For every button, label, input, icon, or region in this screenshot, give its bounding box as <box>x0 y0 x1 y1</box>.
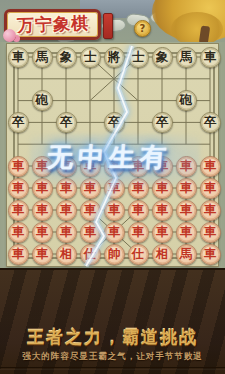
piece-red-r[interactable]: 車 <box>56 156 77 177</box>
flower-icon <box>3 29 16 42</box>
piece-red-r[interactable]: 車 <box>200 244 221 265</box>
piece-red-r[interactable]: 車 <box>80 200 101 221</box>
game-logo: 万宁象棋 <box>4 9 101 40</box>
piece-red-r[interactable]: 車 <box>128 178 149 199</box>
piece-red-r[interactable]: 車 <box>8 156 29 177</box>
piece-red-r[interactable]: 車 <box>176 222 197 243</box>
piece-black-k[interactable]: 將 <box>104 47 125 68</box>
piece-red-r[interactable]: 車 <box>176 178 197 199</box>
promo-title: 王者之力，霸道挑战 <box>0 326 225 349</box>
piece-red-r[interactable]: 車 <box>80 178 101 199</box>
piece-red-r[interactable]: 車 <box>104 200 125 221</box>
piece-red-k[interactable]: 帥 <box>104 244 125 265</box>
piece-red-r[interactable]: 車 <box>56 200 77 221</box>
app-screen: 万宁象棋 ? <box>0 0 225 374</box>
piece-red-r[interactable]: 車 <box>56 222 77 243</box>
board-pieces: 車馬象士將士象馬車砲砲卒卒卒卒卒車車車車車車車車車車車車車車車車車車車車車車車車… <box>7 44 218 266</box>
piece-red-r[interactable]: 車 <box>200 200 221 221</box>
piece-black-b[interactable]: 象 <box>56 47 77 68</box>
piece-red-r[interactable]: 車 <box>80 222 101 243</box>
piece-red-r[interactable]: 車 <box>32 200 53 221</box>
piece-red-r[interactable]: 車 <box>8 178 29 199</box>
piece-red-b[interactable]: 相 <box>152 244 173 265</box>
piece-black-r[interactable]: 車 <box>200 47 221 68</box>
piece-red-r[interactable]: 車 <box>32 178 53 199</box>
promo-subtitle: 强大的阵容尽显王霸之气，让对手节节败退 <box>0 351 225 363</box>
question-icon: ? <box>140 23 146 34</box>
piece-red-r[interactable]: 車 <box>8 244 29 265</box>
piece-red-r[interactable]: 車 <box>104 156 125 177</box>
piece-red-a[interactable]: 仕 <box>128 244 149 265</box>
bottom-panel: 王者之力，霸道挑战 强大的阵容尽显王霸之气，让对手节节败退 <box>0 268 225 374</box>
piece-black-a[interactable]: 士 <box>128 47 149 68</box>
piece-red-r[interactable]: 車 <box>8 222 29 243</box>
piece-red-r[interactable]: 車 <box>8 200 29 221</box>
piece-black-p[interactable]: 卒 <box>152 112 173 133</box>
piece-red-r[interactable]: 車 <box>152 178 173 199</box>
piece-red-r[interactable]: 車 <box>104 178 125 199</box>
piece-red-r[interactable]: 車 <box>32 222 53 243</box>
piece-red-r[interactable]: 車 <box>176 156 197 177</box>
piece-red-r[interactable]: 車 <box>200 222 221 243</box>
piece-black-p[interactable]: 卒 <box>104 112 125 133</box>
xiangqi-board[interactable]: 車馬象士將士象馬車砲砲卒卒卒卒卒車車車車車車車車車車車車車車車車車車車車車車車車… <box>7 44 218 266</box>
piece-black-p[interactable]: 卒 <box>200 112 221 133</box>
piece-black-a[interactable]: 士 <box>80 47 101 68</box>
autumn-tree-leaves <box>171 12 223 46</box>
piece-black-p[interactable]: 卒 <box>56 112 77 133</box>
top-scene: 万宁象棋 ? <box>0 0 225 44</box>
piece-red-r[interactable]: 車 <box>200 156 221 177</box>
piece-red-r[interactable]: 車 <box>104 222 125 243</box>
piece-red-r[interactable]: 車 <box>152 222 173 243</box>
piece-black-r[interactable]: 車 <box>8 47 29 68</box>
piece-red-r[interactable]: 車 <box>80 156 101 177</box>
help-button[interactable]: ? <box>134 20 151 37</box>
piece-black-c[interactable]: 砲 <box>32 90 53 111</box>
piece-black-c[interactable]: 砲 <box>176 90 197 111</box>
piece-red-r[interactable]: 車 <box>128 156 149 177</box>
piece-red-r[interactable]: 車 <box>56 178 77 199</box>
piece-red-r[interactable]: 車 <box>128 222 149 243</box>
game-title: 万宁象棋 <box>16 12 89 37</box>
piece-red-r[interactable]: 車 <box>152 200 173 221</box>
edition-ribbon <box>103 13 113 39</box>
piece-black-b[interactable]: 象 <box>152 47 173 68</box>
piece-black-n[interactable]: 馬 <box>32 47 53 68</box>
piece-red-r[interactable]: 車 <box>32 244 53 265</box>
piece-red-r[interactable]: 車 <box>200 178 221 199</box>
piece-black-n[interactable]: 馬 <box>176 47 197 68</box>
piece-red-a[interactable]: 仕 <box>80 244 101 265</box>
piece-red-n[interactable]: 馬 <box>176 244 197 265</box>
board-area: 車馬象士將士象馬車砲砲卒卒卒卒卒車車車車車車車車車車車車車車車車車車車車車車車車… <box>0 42 225 268</box>
piece-black-p[interactable]: 卒 <box>8 112 29 133</box>
piece-red-b[interactable]: 相 <box>56 244 77 265</box>
piece-red-r[interactable]: 車 <box>128 200 149 221</box>
piece-red-r[interactable]: 車 <box>176 200 197 221</box>
piece-red-r[interactable]: 車 <box>32 156 53 177</box>
piece-red-r[interactable]: 車 <box>152 156 173 177</box>
